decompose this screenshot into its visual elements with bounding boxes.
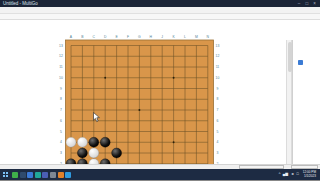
- app-orange-taskbar-icon[interactable]: [58, 172, 64, 178]
- col-label-top: E: [115, 35, 118, 39]
- row-label-left: 10: [59, 76, 63, 80]
- window-title: Untitled - MultiGo: [3, 1, 38, 6]
- row-label-left: 4: [60, 140, 62, 144]
- row-label-right: 12: [216, 54, 220, 58]
- main-area: AA1313BB1212CC1111DD1010EE99FF88GG77HH66…: [0, 20, 320, 164]
- stone-white[interactable]: [77, 137, 87, 147]
- row-label-left: 12: [59, 54, 63, 58]
- col-label-top: K: [172, 35, 175, 39]
- row-label-left: 9: [60, 87, 62, 91]
- star-point: [173, 77, 175, 79]
- col-label-top: C: [93, 35, 96, 39]
- row-label-right: 7: [217, 108, 219, 112]
- stone-white[interactable]: [89, 148, 99, 158]
- row-label-left: 3: [60, 151, 62, 155]
- app-teal-taskbar-icon[interactable]: [35, 172, 41, 178]
- app-blue-taskbar-icon[interactable]: [27, 172, 33, 178]
- chevron-up-icon[interactable]: ^: [279, 169, 281, 180]
- star-point: [104, 77, 106, 79]
- row-label-right: 8: [217, 97, 219, 101]
- row-label-left: 7: [60, 108, 62, 112]
- app-lightblue-taskbar-icon[interactable]: [65, 172, 71, 178]
- stone-black[interactable]: [89, 137, 99, 147]
- row-label-right: 5: [217, 130, 219, 134]
- col-label-top: M: [195, 35, 198, 39]
- col-label-top: J: [161, 35, 163, 39]
- app-slate-taskbar-icon[interactable]: [20, 172, 26, 178]
- row-label-right: 4: [217, 140, 219, 144]
- title-bar: Untitled - MultiGo – □ ×: [0, 0, 320, 7]
- row-label-left: 5: [60, 130, 62, 134]
- row-label-right: 3: [217, 151, 219, 155]
- scrollbar-thumb[interactable]: [288, 42, 292, 72]
- row-label-left: 11: [59, 65, 63, 69]
- tree-root-node[interactable]: [298, 60, 303, 65]
- screen: Untitled - MultiGo – □ × FileEditNavigat…: [0, 0, 320, 180]
- system-tray: ^▄▆◄□12:00 PM1/1/2023: [278, 169, 318, 180]
- action-center-icon[interactable]: □: [296, 169, 298, 180]
- taskbar-app-icons: [12, 172, 73, 181]
- windows-taskbar: ^▄▆◄□12:00 PM1/1/2023: [0, 169, 320, 180]
- stone-black[interactable]: [77, 148, 87, 158]
- app-gray-taskbar-icon[interactable]: [50, 172, 56, 178]
- row-label-right: 10: [216, 76, 220, 80]
- row-label-right: 13: [216, 44, 220, 48]
- network-icon[interactable]: ▄▆: [283, 169, 288, 180]
- star-point: [173, 141, 175, 143]
- row-label-right: 11: [216, 65, 220, 69]
- stone-black[interactable]: [100, 137, 110, 147]
- mouse-cursor: [93, 112, 101, 123]
- col-label-top: A: [70, 35, 73, 39]
- star-point: [138, 109, 140, 111]
- app-green-taskbar-icon[interactable]: [12, 172, 18, 178]
- col-label-top: N: [207, 35, 210, 39]
- start-button[interactable]: [3, 172, 8, 177]
- row-label-right: 6: [217, 119, 219, 123]
- stone-black[interactable]: [112, 148, 122, 158]
- volume-icon[interactable]: ◄: [290, 169, 294, 180]
- col-label-top: L: [184, 35, 186, 39]
- row-label-left: 6: [60, 119, 62, 123]
- taskbar-clock[interactable]: 12:00 PM1/1/2023: [303, 171, 316, 178]
- col-label-top: D: [104, 35, 107, 39]
- col-label-top: F: [127, 35, 129, 39]
- window-controls[interactable]: – □ ×: [298, 0, 318, 7]
- go-board[interactable]: AA1313BB1212CC1111DD1010EE99FF88GG77HH66…: [56, 33, 220, 180]
- app-indigo-taskbar-icon[interactable]: [42, 172, 48, 178]
- game-tree-panel[interactable]: [292, 40, 320, 180]
- stone-white[interactable]: [66, 137, 76, 147]
- row-label-right: 9: [217, 87, 219, 91]
- col-label-top: B: [81, 35, 84, 39]
- row-label-left: 8: [60, 97, 62, 101]
- col-label-top: H: [150, 35, 153, 39]
- row-label-left: 13: [59, 44, 63, 48]
- col-label-top: G: [138, 35, 141, 39]
